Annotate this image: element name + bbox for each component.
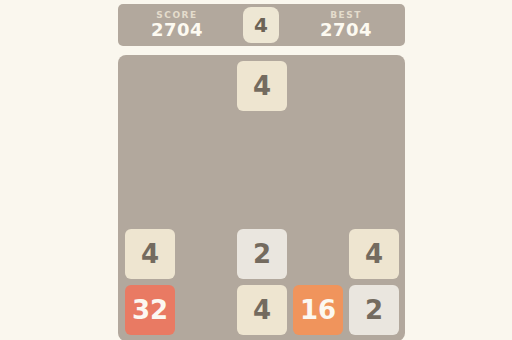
next-tile-value: 4 xyxy=(254,13,268,37)
empty-cell-r3c4 xyxy=(293,173,343,223)
empty-cell-r4c4 xyxy=(293,229,343,279)
tile-2-r4c3: 2 xyxy=(237,229,287,279)
tile-4-r4c5: 4 xyxy=(349,229,399,279)
tile-4-r5c3: 4 xyxy=(237,285,287,335)
empty-cell-r1c5 xyxy=(349,61,399,111)
empty-cell-r1c1 xyxy=(125,61,175,111)
game-screen: SCORE 2704 4 BEST 2704 4424324162 xyxy=(0,0,512,340)
tile-4-r1c3: 4 xyxy=(237,61,287,111)
empty-cell-r1c4 xyxy=(293,61,343,111)
empty-cell-r2c4 xyxy=(293,117,343,167)
tile-2-r5c5: 2 xyxy=(349,285,399,335)
empty-cell-r3c1 xyxy=(125,173,175,223)
empty-cell-r2c2 xyxy=(181,117,231,167)
score-block: SCORE 2704 xyxy=(118,4,236,46)
tile-4-r4c1: 4 xyxy=(125,229,175,279)
empty-cell-r3c3 xyxy=(237,173,287,223)
empty-cell-r3c2 xyxy=(181,173,231,223)
game-board[interactable]: 4424324162 xyxy=(118,55,405,340)
best-value: 2704 xyxy=(320,21,372,39)
score-header: SCORE 2704 4 BEST 2704 xyxy=(118,4,405,46)
empty-cell-r5c2 xyxy=(181,285,231,335)
tile-32-r5c1: 32 xyxy=(125,285,175,335)
empty-cell-r2c1 xyxy=(125,117,175,167)
empty-cell-r2c5 xyxy=(349,117,399,167)
empty-cell-r2c3 xyxy=(237,117,287,167)
empty-cell-r4c2 xyxy=(181,229,231,279)
tile-16-r5c4: 16 xyxy=(293,285,343,335)
best-block: BEST 2704 xyxy=(287,4,405,46)
score-value: 2704 xyxy=(151,21,203,39)
empty-cell-r3c5 xyxy=(349,173,399,223)
next-tile-preview: 4 xyxy=(243,7,279,43)
empty-cell-r1c2 xyxy=(181,61,231,111)
